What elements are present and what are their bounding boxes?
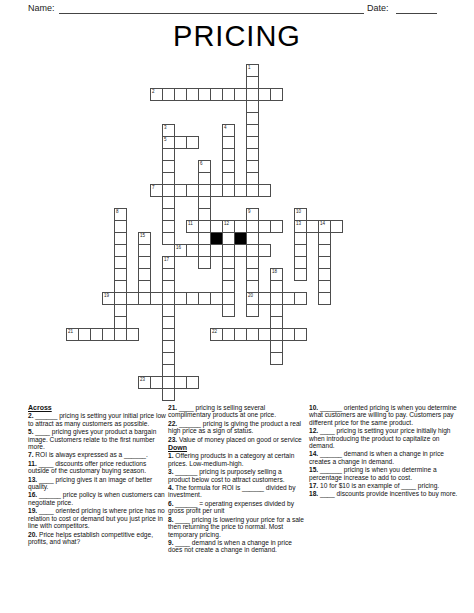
clue-number: 22: [212, 329, 217, 334]
clue-number-label: 12.: [309, 427, 320, 434]
clue-number-label: 9.: [168, 539, 175, 546]
clue-number-label: 14.: [309, 450, 320, 457]
clue-number: 18: [272, 269, 277, 274]
clue-number: 10: [296, 209, 301, 214]
clue-down-18: 18. ____ discounts provide incentives to…: [309, 490, 462, 497]
name-input-line[interactable]: [59, 1, 364, 14]
grid-cell[interactable]: [246, 304, 259, 317]
clue-down-4: 4. The formula for ROI is ______ divided…: [168, 484, 305, 499]
clue-number-label: 2.: [28, 412, 35, 419]
clue-down-14: 14. ______ demand is when a change in pr…: [309, 450, 462, 465]
clue-number: 14: [320, 221, 325, 226]
clue-number-label: 8.: [168, 516, 175, 523]
clue-number: 8: [116, 209, 119, 214]
clue-number-label: 1.: [168, 452, 175, 459]
clue-down-3: 3. ______ pricing is purposely selling a…: [168, 468, 305, 483]
clue-number: 16: [176, 245, 181, 250]
clue-down-9: 9. ____ demand is when a change in price…: [168, 539, 305, 554]
clue-number: 21: [68, 329, 73, 334]
clue-number-label: 20.: [28, 531, 39, 538]
clue-number-label: 4.: [168, 484, 175, 491]
clue-column-1: Across2. ______ pricing is setting your …: [28, 404, 167, 546]
date-label: Date:: [367, 3, 389, 13]
across-header: Across: [28, 404, 167, 411]
clue-number: 12: [224, 221, 229, 226]
clue-number-label: 11.: [28, 460, 39, 467]
clue-number: 3: [164, 125, 167, 130]
clue-down-1: 1. Offering products in a category at ce…: [168, 452, 305, 467]
worksheet-page: Name: Date: PRICING 12345678910111213141…: [0, 0, 474, 613]
clue-down-12: 12. ____ pricing is setting your price i…: [309, 427, 462, 449]
grid-cell[interactable]: [318, 292, 331, 305]
clue-column-3: 10. ______ oriented pricing is when you …: [309, 404, 462, 499]
clue-down-15: 15. ______ pricing is when you determine…: [309, 466, 462, 481]
grid-cell[interactable]: [126, 328, 139, 341]
clue-down-17: 17. 10 for $10 is an example of ____ pri…: [309, 482, 462, 489]
clue-number: 2: [152, 89, 155, 94]
clue-number-label: 5.: [28, 428, 35, 435]
clue-across-16: 16. ______ price policy is when customer…: [28, 491, 167, 506]
clue-number: 13: [296, 221, 301, 226]
clue-number: 5: [164, 137, 167, 142]
clue-number-label: 23.: [168, 436, 179, 443]
clue-across-7: 7. ROI is always expressed as a ______.: [28, 451, 167, 458]
clue-number: 6: [200, 161, 203, 166]
clue-down-6: 6. ______ = operating expenses divided b…: [168, 500, 305, 515]
clue-number: 19: [104, 293, 109, 298]
clue-across-19: 19. ____ oriented pricing is where price…: [28, 507, 167, 529]
date-input-line[interactable]: [396, 1, 437, 14]
clue-number-label: 13.: [28, 476, 39, 483]
name-label: Name:: [28, 3, 55, 13]
clue-number: 17: [164, 257, 169, 262]
clue-number-label: 18.: [309, 490, 320, 497]
grid-cell[interactable]: [222, 304, 235, 317]
crossword-grid: 1234567891011121314151617181920212223: [66, 64, 344, 402]
grid-cell[interactable]: [186, 376, 199, 389]
clue-number-label: 17.: [309, 482, 320, 489]
clue-number: 15: [140, 233, 145, 238]
clue-number: 4: [224, 125, 227, 130]
clue-down-10: 10. ______ oriented pricing is when you …: [309, 404, 462, 426]
clue-number-label: 19.: [28, 507, 39, 514]
clue-across-5: 5. ____ pricing gives your product a bar…: [28, 428, 167, 450]
clue-down-8: 8. ____ pricing is lowering your price f…: [168, 516, 305, 538]
clue-number-label: 3.: [168, 468, 175, 475]
clue-across-11: 11. ____ discounts offer price reduction…: [28, 460, 167, 475]
grid-cell[interactable]: [198, 256, 211, 269]
clue-column-2: 21. ____ pricing is selling several comp…: [168, 404, 305, 555]
clue-across-23: 23. Value of money placed on good or ser…: [168, 436, 305, 443]
clue-across-2: 2. ______ pricing is setting your initia…: [28, 412, 167, 427]
grid-cell[interactable]: [186, 136, 199, 149]
clue-number-label: 21.: [168, 404, 179, 411]
clue-number: 11: [188, 221, 193, 226]
clue-number-label: 7.: [28, 451, 35, 458]
page-title: PRICING: [0, 20, 474, 53]
clue-number-label: 6.: [168, 500, 175, 507]
clue-number-label: 10.: [309, 404, 320, 411]
grid-cell[interactable]: [294, 268, 307, 281]
down-header: Down: [168, 444, 305, 451]
grid-cell[interactable]: [294, 292, 307, 305]
grid-cell[interactable]: [270, 352, 283, 365]
clue-number: 23: [140, 377, 145, 382]
grid-cell[interactable]: [162, 388, 175, 401]
clue-across-21: 21. ____ pricing is selling several comp…: [168, 404, 305, 419]
grid-cell[interactable]: [270, 220, 283, 233]
grid-cell[interactable]: [330, 220, 343, 233]
clue-number: 9: [248, 209, 251, 214]
clue-number: 7: [152, 185, 155, 190]
grid-cell[interactable]: [258, 244, 271, 257]
grid-cell[interactable]: [270, 88, 283, 101]
grid-cell[interactable]: [258, 184, 271, 197]
grid-cell[interactable]: [294, 328, 307, 341]
clue-across-13: 13. ____ pricing gives it an image of be…: [28, 476, 167, 491]
clue-number: 1: [248, 65, 251, 70]
clue-number-label: 22.: [168, 420, 179, 427]
clue-number-label: 16.: [28, 491, 39, 498]
clue-across-22: 22. ______ pricing is giving the product…: [168, 420, 305, 435]
clue-number-label: 15.: [309, 466, 320, 473]
clue-number: 20: [248, 293, 253, 298]
clue-across-20: 20. Price helps establish competitive ed…: [28, 531, 167, 546]
